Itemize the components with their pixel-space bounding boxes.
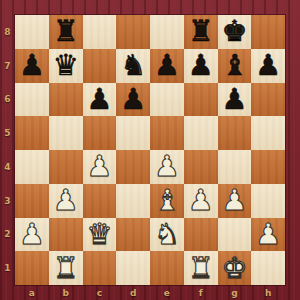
square-a5[interactable] — [15, 116, 49, 150]
square-g4[interactable] — [218, 150, 252, 184]
square-f4[interactable] — [184, 150, 218, 184]
black-pawn-g6-piece[interactable]: ♟ — [221, 85, 247, 114]
square-h5[interactable] — [251, 116, 285, 150]
rank-labels: 87654321 — [0, 15, 15, 285]
square-d5[interactable] — [116, 116, 150, 150]
square-g3[interactable]: ♟ — [218, 184, 252, 218]
square-e6[interactable] — [150, 83, 184, 117]
white-king-g1-piece[interactable]: ♚ — [221, 254, 247, 283]
square-a4[interactable] — [15, 150, 49, 184]
white-bishop-e3-piece[interactable]: ♝ — [154, 186, 180, 215]
square-d8[interactable] — [116, 15, 150, 49]
white-knight-e2-piece[interactable]: ♞ — [154, 220, 180, 249]
square-d3[interactable] — [116, 184, 150, 218]
file-label-b: b — [49, 285, 83, 300]
square-c8[interactable] — [83, 15, 117, 49]
square-g5[interactable] — [218, 116, 252, 150]
white-pawn-g3-piece[interactable]: ♟ — [221, 186, 247, 215]
file-label-e: e — [150, 285, 184, 300]
square-f7[interactable]: ♟ — [184, 49, 218, 83]
black-bishop-g7-piece[interactable]: ♝ — [221, 51, 247, 80]
square-e4[interactable]: ♟ — [150, 150, 184, 184]
square-d4[interactable] — [116, 150, 150, 184]
rank-label-7: 7 — [0, 49, 15, 83]
rank-label-8: 8 — [0, 15, 15, 49]
white-pawn-h2-piece[interactable]: ♟ — [255, 220, 281, 249]
square-f2[interactable] — [184, 218, 218, 252]
square-e5[interactable] — [150, 116, 184, 150]
square-f6[interactable] — [184, 83, 218, 117]
square-g8[interactable]: ♚ — [218, 15, 252, 49]
black-pawn-f7-piece[interactable]: ♟ — [188, 51, 214, 80]
black-pawn-e7-piece[interactable]: ♟ — [154, 51, 180, 80]
file-label-f: f — [184, 285, 218, 300]
rank-label-2: 2 — [0, 218, 15, 252]
square-b8[interactable]: ♜ — [49, 15, 83, 49]
white-rook-f1-piece[interactable]: ♜ — [188, 254, 214, 283]
white-pawn-b3-piece[interactable]: ♟ — [53, 186, 79, 215]
file-labels: abcdefgh — [15, 285, 285, 300]
square-h2[interactable]: ♟ — [251, 218, 285, 252]
square-c3[interactable] — [83, 184, 117, 218]
square-g6[interactable]: ♟ — [218, 83, 252, 117]
square-d7[interactable]: ♞ — [116, 49, 150, 83]
file-label-d: d — [116, 285, 150, 300]
black-king-g8-piece[interactable]: ♚ — [221, 17, 247, 46]
square-b3[interactable]: ♟ — [49, 184, 83, 218]
square-f3[interactable]: ♟ — [184, 184, 218, 218]
file-label-h: h — [251, 285, 285, 300]
rank-label-1: 1 — [0, 251, 15, 285]
chess-diagram: ♜♜♚♟♛♞♟♟♝♟♟♟♟♟♟♟♝♟♟♟♛♞♟♜♜♚ 87654321 abcd… — [0, 0, 300, 300]
black-knight-d7-piece[interactable]: ♞ — [120, 51, 146, 80]
black-queen-b7-piece[interactable]: ♛ — [53, 51, 79, 80]
black-pawn-h7-piece[interactable]: ♟ — [255, 51, 281, 80]
square-h7[interactable]: ♟ — [251, 49, 285, 83]
square-a3[interactable] — [15, 184, 49, 218]
black-pawn-d6-piece[interactable]: ♟ — [120, 85, 146, 114]
file-label-g: g — [218, 285, 252, 300]
black-rook-b8-piece[interactable]: ♜ — [53, 17, 79, 46]
rank-label-5: 5 — [0, 116, 15, 150]
square-d1[interactable] — [116, 251, 150, 285]
square-d2[interactable] — [116, 218, 150, 252]
square-h3[interactable] — [251, 184, 285, 218]
square-c1[interactable] — [83, 251, 117, 285]
square-b7[interactable]: ♛ — [49, 49, 83, 83]
square-d6[interactable]: ♟ — [116, 83, 150, 117]
black-rook-f8-piece[interactable]: ♜ — [188, 17, 214, 46]
rank-label-4: 4 — [0, 150, 15, 184]
square-h4[interactable] — [251, 150, 285, 184]
square-e2[interactable]: ♞ — [150, 218, 184, 252]
square-b5[interactable] — [49, 116, 83, 150]
square-h8[interactable] — [251, 15, 285, 49]
square-e1[interactable] — [150, 251, 184, 285]
square-c4[interactable]: ♟ — [83, 150, 117, 184]
square-a7[interactable]: ♟ — [15, 49, 49, 83]
black-pawn-a7-piece[interactable]: ♟ — [19, 51, 45, 80]
file-label-a: a — [15, 285, 49, 300]
square-c5[interactable] — [83, 116, 117, 150]
square-b1[interactable]: ♜ — [49, 251, 83, 285]
square-f5[interactable] — [184, 116, 218, 150]
square-f1[interactable]: ♜ — [184, 251, 218, 285]
square-g2[interactable] — [218, 218, 252, 252]
white-pawn-f3-piece[interactable]: ♟ — [188, 186, 214, 215]
square-g7[interactable]: ♝ — [218, 49, 252, 83]
white-pawn-e4-piece[interactable]: ♟ — [154, 152, 180, 181]
file-label-c: c — [83, 285, 117, 300]
rank-label-3: 3 — [0, 184, 15, 218]
white-queen-c2-piece[interactable]: ♛ — [86, 220, 112, 249]
white-pawn-c4-piece[interactable]: ♟ — [86, 152, 112, 181]
square-f8[interactable]: ♜ — [184, 15, 218, 49]
square-e8[interactable] — [150, 15, 184, 49]
rank-label-6: 6 — [0, 83, 15, 117]
square-h1[interactable] — [251, 251, 285, 285]
square-a8[interactable] — [15, 15, 49, 49]
square-c2[interactable]: ♛ — [83, 218, 117, 252]
black-pawn-c6-piece[interactable]: ♟ — [86, 85, 112, 114]
square-c7[interactable] — [83, 49, 117, 83]
square-e3[interactable]: ♝ — [150, 184, 184, 218]
white-rook-b1-piece[interactable]: ♜ — [53, 254, 79, 283]
square-e7[interactable]: ♟ — [150, 49, 184, 83]
chess-board: ♜♜♚♟♛♞♟♟♝♟♟♟♟♟♟♟♝♟♟♟♛♞♟♜♜♚ — [15, 15, 285, 285]
square-h6[interactable] — [251, 83, 285, 117]
square-a6[interactable] — [15, 83, 49, 117]
square-b6[interactable] — [49, 83, 83, 117]
square-g1[interactable]: ♚ — [218, 251, 252, 285]
square-c6[interactable]: ♟ — [83, 83, 117, 117]
square-a1[interactable] — [15, 251, 49, 285]
square-a2[interactable]: ♟ — [15, 218, 49, 252]
white-pawn-a2-piece[interactable]: ♟ — [19, 220, 45, 249]
square-b2[interactable] — [49, 218, 83, 252]
square-b4[interactable] — [49, 150, 83, 184]
